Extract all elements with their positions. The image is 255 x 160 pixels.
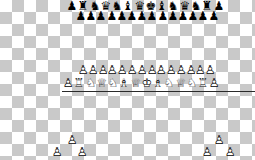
piece-outline-layer: ♗ [118, 77, 130, 89]
chess-piece-white-pawn: ♟♙ [213, 134, 225, 146]
baseline-rule [62, 91, 255, 92]
piece-outline-layer: ♙ [224, 146, 236, 158]
piece-outline-layer: ♖ [73, 77, 85, 89]
sprite-sheet-canvas: ♟♜♞♛♞♝♛♚♝♞♛♞♜♟♟♟♟♟♟♟♟♟♟♟♟♟♟♟♟♙♟♙♟♙♟♙♟♙♟♙… [0, 0, 255, 160]
piece-outline-layer: ♙ [76, 146, 88, 158]
piece-outline-layer: ♙ [51, 146, 63, 158]
chess-piece-black-pawn: ♟ [208, 10, 220, 22]
chess-piece-white-knight: ♞♘ [163, 77, 175, 89]
chess-piece-white-pawn: ♟♙ [51, 146, 63, 158]
chess-piece-white-bishop: ♝♗ [118, 77, 130, 89]
chess-piece-white-pawn: ♟♙ [204, 64, 216, 76]
chess-piece-white-pawn: ♟♙ [208, 77, 220, 89]
chess-piece-white-pawn: ♟♙ [224, 146, 236, 158]
chess-piece-white-pawn: ♟♙ [76, 146, 88, 158]
piece-outline-layer: ♙ [208, 77, 220, 89]
piece-outline-layer: ♙ [213, 134, 225, 146]
piece-outline-layer: ♙ [201, 146, 213, 158]
chess-piece-white-pawn: ♟♙ [201, 146, 213, 158]
piece-outline-layer: ♘ [163, 77, 175, 89]
chess-piece-white-rook: ♜♖ [73, 77, 85, 89]
piece-outline-layer: ♙ [204, 64, 216, 76]
